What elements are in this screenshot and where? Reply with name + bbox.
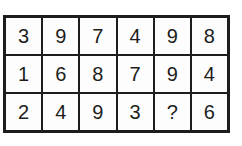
- cell-r3c6: 6: [191, 93, 228, 131]
- cell-r3c2: 4: [42, 93, 79, 131]
- cell-r3c4: 3: [117, 93, 154, 131]
- cell-r2c4: 7: [117, 55, 154, 93]
- page-background: 3974981687942493?6: [0, 0, 242, 146]
- cell-r1c3: 7: [79, 17, 116, 55]
- cell-r1c2: 9: [42, 17, 79, 55]
- puzzle-grid: 3974981687942493?6: [3, 15, 230, 133]
- cell-r1c6: 8: [191, 17, 228, 55]
- cell-r1c5: 9: [154, 17, 191, 55]
- cell-r3c3: 9: [79, 93, 116, 131]
- cell-unknown: ?: [154, 93, 191, 131]
- cell-r2c3: 8: [79, 55, 116, 93]
- cell-r2c1: 1: [5, 55, 42, 93]
- cell-r2c2: 6: [42, 55, 79, 93]
- cell-r2c5: 9: [154, 55, 191, 93]
- cell-r1c4: 4: [117, 17, 154, 55]
- cell-r3c1: 2: [5, 93, 42, 131]
- cell-r2c6: 4: [191, 55, 228, 93]
- cell-r1c1: 3: [5, 17, 42, 55]
